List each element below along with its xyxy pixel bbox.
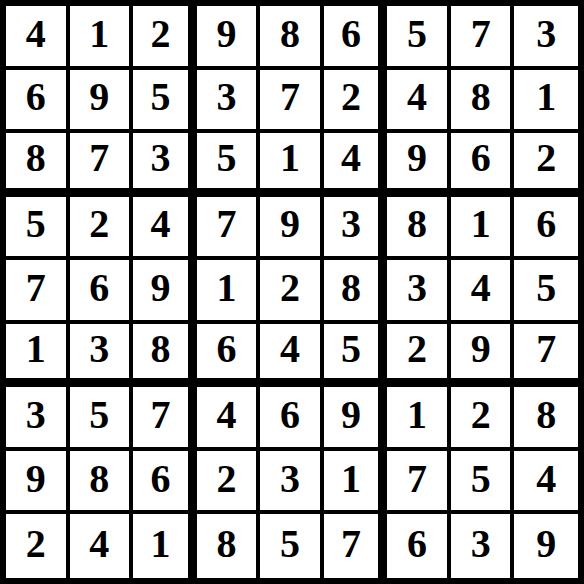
cell-r8c1[interactable]: 9: [6, 451, 70, 515]
cell-r5c1[interactable]: 7: [6, 260, 70, 324]
cell-r5c3[interactable]: 9: [133, 260, 197, 324]
cell-r7c1[interactable]: 3: [6, 387, 70, 451]
cell-r9c5[interactable]: 5: [260, 514, 324, 578]
cell-r6c1[interactable]: 1: [6, 324, 70, 388]
cell-r3c9[interactable]: 2: [514, 133, 578, 197]
cell-r3c4[interactable]: 5: [197, 133, 261, 197]
cell-r3c1[interactable]: 8: [6, 133, 70, 197]
cell-r4c1[interactable]: 5: [6, 197, 70, 261]
cell-r1c7[interactable]: 5: [387, 6, 451, 70]
cell-r8c7[interactable]: 7: [387, 451, 451, 515]
cell-r8c3[interactable]: 6: [133, 451, 197, 515]
cell-r2c7[interactable]: 4: [387, 70, 451, 134]
cell-r4c7[interactable]: 8: [387, 197, 451, 261]
cell-r6c3[interactable]: 8: [133, 324, 197, 388]
cell-r1c4[interactable]: 9: [197, 6, 261, 70]
cell-r2c3[interactable]: 5: [133, 70, 197, 134]
cell-r5c9[interactable]: 5: [514, 260, 578, 324]
cell-r6c4[interactable]: 6: [197, 324, 261, 388]
cell-r4c9[interactable]: 6: [514, 197, 578, 261]
cell-r4c5[interactable]: 9: [260, 197, 324, 261]
cell-r2c4[interactable]: 3: [197, 70, 261, 134]
cell-r3c5[interactable]: 1: [260, 133, 324, 197]
cell-r5c5[interactable]: 2: [260, 260, 324, 324]
cell-r1c9[interactable]: 3: [514, 6, 578, 70]
cell-r6c6[interactable]: 5: [324, 324, 388, 388]
cell-r9c7[interactable]: 6: [387, 514, 451, 578]
cell-r4c8[interactable]: 1: [451, 197, 515, 261]
cell-r2c5[interactable]: 7: [260, 70, 324, 134]
cell-r3c6[interactable]: 4: [324, 133, 388, 197]
cell-r6c9[interactable]: 7: [514, 324, 578, 388]
sudoku-page: 4129865736953724818735149625247938167691…: [0, 0, 584, 584]
cell-r1c6[interactable]: 6: [324, 6, 388, 70]
cell-r8c5[interactable]: 3: [260, 451, 324, 515]
cell-r9c2[interactable]: 4: [70, 514, 134, 578]
cell-r3c8[interactable]: 6: [451, 133, 515, 197]
cell-r1c1[interactable]: 4: [6, 6, 70, 70]
cell-r7c4[interactable]: 4: [197, 387, 261, 451]
cell-r5c2[interactable]: 6: [70, 260, 134, 324]
cell-r6c8[interactable]: 9: [451, 324, 515, 388]
sudoku-board: 4129865736953724818735149625247938167691…: [0, 0, 584, 584]
cell-r6c2[interactable]: 3: [70, 324, 134, 388]
cell-r1c3[interactable]: 2: [133, 6, 197, 70]
cell-r5c7[interactable]: 3: [387, 260, 451, 324]
cell-r4c6[interactable]: 3: [324, 197, 388, 261]
cell-r9c9[interactable]: 9: [514, 514, 578, 578]
cell-r2c1[interactable]: 6: [6, 70, 70, 134]
cell-r3c7[interactable]: 9: [387, 133, 451, 197]
cell-r7c2[interactable]: 5: [70, 387, 134, 451]
cell-r4c2[interactable]: 2: [70, 197, 134, 261]
cell-r8c2[interactable]: 8: [70, 451, 134, 515]
cell-r4c4[interactable]: 7: [197, 197, 261, 261]
cell-r6c7[interactable]: 2: [387, 324, 451, 388]
cell-r3c3[interactable]: 3: [133, 133, 197, 197]
cell-r9c3[interactable]: 1: [133, 514, 197, 578]
cell-r1c5[interactable]: 8: [260, 6, 324, 70]
cell-r9c1[interactable]: 2: [6, 514, 70, 578]
cell-r7c5[interactable]: 6: [260, 387, 324, 451]
cell-r2c8[interactable]: 8: [451, 70, 515, 134]
cell-r2c6[interactable]: 2: [324, 70, 388, 134]
cell-r8c6[interactable]: 1: [324, 451, 388, 515]
cell-r7c8[interactable]: 2: [451, 387, 515, 451]
cell-r8c4[interactable]: 2: [197, 451, 261, 515]
cell-r2c9[interactable]: 1: [514, 70, 578, 134]
cell-r4c3[interactable]: 4: [133, 197, 197, 261]
cell-r5c6[interactable]: 8: [324, 260, 388, 324]
cell-r5c4[interactable]: 1: [197, 260, 261, 324]
cell-r9c6[interactable]: 7: [324, 514, 388, 578]
cell-r1c8[interactable]: 7: [451, 6, 515, 70]
cell-r2c2[interactable]: 9: [70, 70, 134, 134]
cell-r7c6[interactable]: 9: [324, 387, 388, 451]
cell-r3c2[interactable]: 7: [70, 133, 134, 197]
cell-r7c3[interactable]: 7: [133, 387, 197, 451]
cell-r7c7[interactable]: 1: [387, 387, 451, 451]
cell-r9c8[interactable]: 3: [451, 514, 515, 578]
cell-r6c5[interactable]: 4: [260, 324, 324, 388]
cell-r9c4[interactable]: 8: [197, 514, 261, 578]
cell-r1c2[interactable]: 1: [70, 6, 134, 70]
cell-r7c9[interactable]: 8: [514, 387, 578, 451]
cell-r8c9[interactable]: 4: [514, 451, 578, 515]
cell-r5c8[interactable]: 4: [451, 260, 515, 324]
cell-r8c8[interactable]: 5: [451, 451, 515, 515]
